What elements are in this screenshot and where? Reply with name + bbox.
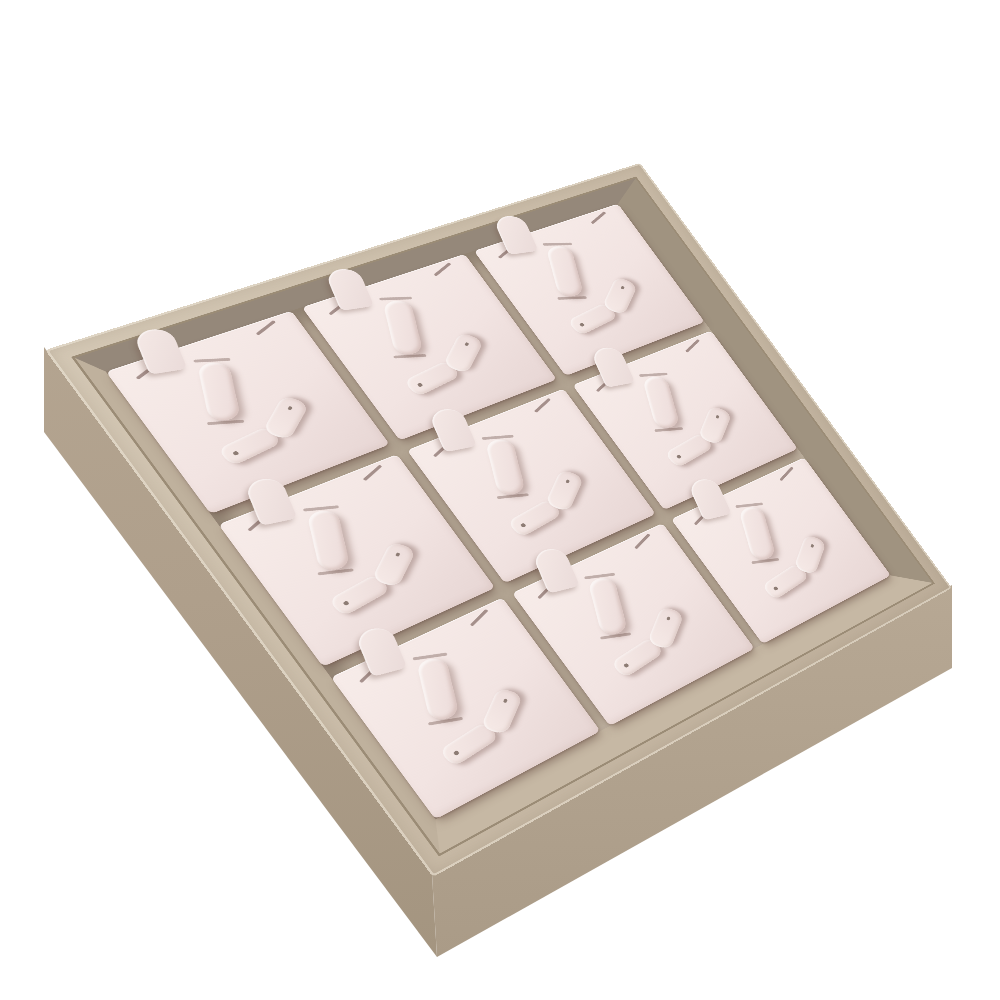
product-photo [0, 0, 1000, 1000]
pendant-loop [307, 509, 351, 571]
pad-top-tab [532, 546, 580, 594]
chain-slit-right [634, 533, 650, 549]
pendant-loop [383, 300, 424, 355]
earring-clip-right [481, 687, 524, 735]
chain-slit-right [470, 608, 488, 625]
pad-top-tab [354, 625, 407, 677]
pendant-loop [546, 246, 585, 296]
pendant-loop [416, 656, 460, 720]
chain-slit-right [433, 262, 450, 276]
pendant-loop [738, 506, 776, 560]
chain-slit-right [685, 339, 700, 352]
pad-top-tab [428, 406, 477, 452]
pendant-loop [642, 376, 680, 428]
earring-clip-right [545, 469, 584, 512]
pendant-loop [588, 576, 629, 635]
earring-clip-right [263, 395, 310, 441]
earring-clip-right [647, 606, 684, 650]
chain-slit-right [591, 211, 606, 224]
chain-slit-right [534, 397, 551, 412]
chain-slit-right [779, 466, 793, 480]
chain-slit-right [256, 320, 276, 335]
pad-top-tab [590, 345, 635, 387]
pendant-loop [485, 438, 526, 495]
pendant-loop [197, 362, 241, 421]
pad-top-tab [687, 477, 731, 521]
earring-clip-right [372, 541, 417, 588]
chain-slit-right [363, 464, 382, 480]
earring-clip-right [794, 534, 827, 575]
